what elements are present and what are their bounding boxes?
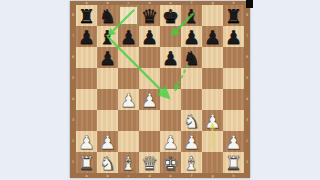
white-rook-a1[interactable]: ♜ xyxy=(76,152,97,173)
white-pawn-d4[interactable]: ♟ xyxy=(139,89,160,110)
square-d7[interactable]: ♟ xyxy=(139,26,160,47)
coord-rank-2-right: 2 xyxy=(245,139,248,143)
square-e1[interactable]: ♚ xyxy=(160,152,181,173)
square-g6[interactable] xyxy=(202,47,223,68)
coord-file-e-top: e xyxy=(164,1,176,4)
coord-file-g-top: g xyxy=(206,1,218,4)
black-pawn-d7[interactable]: ♟ xyxy=(139,26,160,47)
square-e7[interactable] xyxy=(160,26,181,47)
square-f7[interactable]: ♟ xyxy=(181,26,202,47)
white-pawn-f2[interactable]: ♟ xyxy=(181,131,202,152)
square-c8[interactable] xyxy=(118,5,139,26)
black-knight-f6[interactable]: ♞ xyxy=(181,47,202,68)
coord-file-e-bottom: e xyxy=(164,174,176,177)
coord-rank-6-left: 6 xyxy=(71,55,74,59)
coord-rank-2-left: 2 xyxy=(71,139,74,143)
square-b6[interactable]: ♟ xyxy=(97,47,118,68)
square-h7[interactable]: ♟ xyxy=(223,26,244,47)
black-knight-b8[interactable]: ♞ xyxy=(97,5,118,26)
square-e4[interactable] xyxy=(160,89,181,110)
coord-rank-8-left: 8 xyxy=(71,13,74,17)
square-d5[interactable] xyxy=(139,68,160,89)
white-pawn-c4[interactable]: ♟ xyxy=(118,89,139,110)
white-rook-h1[interactable]: ♜ xyxy=(223,152,244,173)
square-d2[interactable] xyxy=(139,131,160,152)
coord-rank-1-left: 1 xyxy=(71,160,74,164)
black-rook-a8[interactable]: ♜ xyxy=(76,5,97,26)
square-b1[interactable]: ♞ xyxy=(97,152,118,173)
black-pawn-c7[interactable]: ♟ xyxy=(118,26,139,47)
coord-rank-8-right: 8 xyxy=(245,13,248,17)
black-pawn-a7[interactable]: ♟ xyxy=(76,26,97,47)
square-g4[interactable] xyxy=(202,89,223,110)
corner-box xyxy=(246,0,253,8)
square-e5[interactable] xyxy=(160,68,181,89)
black-bishop-f8[interactable]: ♝ xyxy=(181,5,202,26)
coord-rank-7-left: 7 xyxy=(71,34,74,38)
coord-file-a-top: a xyxy=(80,1,92,4)
page-root: ♜♞♛♚♝♜♟♝♟♟♟♟♟♟♟♞♟♟♞♟♟♟♟♟♟♜♞♝♛♚♝♜ aabbccd… xyxy=(0,0,320,180)
square-e3[interactable] xyxy=(160,110,181,131)
coord-rank-3-right: 3 xyxy=(245,118,248,122)
board-squares: ♜♞♛♚♝♜♟♝♟♟♟♟♟♟♟♞♟♟♞♟♟♟♟♟♟♜♞♝♛♚♝♜ xyxy=(76,5,244,173)
square-b4[interactable] xyxy=(97,89,118,110)
coord-file-g-bottom: g xyxy=(206,174,218,177)
white-pawn-g3[interactable]: ♟ xyxy=(202,110,223,131)
square-a5[interactable] xyxy=(76,68,97,89)
white-pawn-h2[interactable]: ♟ xyxy=(223,131,244,152)
black-bishop-b7[interactable]: ♝ xyxy=(97,26,118,47)
square-d4[interactable]: ♟ xyxy=(139,89,160,110)
coord-file-d-bottom: d xyxy=(143,174,155,177)
white-king-e1[interactable]: ♚ xyxy=(160,152,181,173)
white-pawn-e2[interactable]: ♟ xyxy=(160,131,181,152)
white-bishop-c1[interactable]: ♝ xyxy=(118,152,139,173)
square-a4[interactable] xyxy=(76,89,97,110)
square-c3[interactable] xyxy=(118,110,139,131)
coord-rank-4-right: 4 xyxy=(245,97,248,101)
coord-file-c-bottom: c xyxy=(122,174,134,177)
white-knight-b1[interactable]: ♞ xyxy=(97,152,118,173)
coord-file-f-top: f xyxy=(185,1,197,4)
square-h1[interactable]: ♜ xyxy=(223,152,244,173)
square-d1[interactable]: ♛ xyxy=(139,152,160,173)
square-b8[interactable]: ♞ xyxy=(97,5,118,26)
square-b5[interactable] xyxy=(97,68,118,89)
square-f3[interactable]: ♞ xyxy=(181,110,202,131)
coord-rank-4-left: 4 xyxy=(71,97,74,101)
white-bishop-f1[interactable]: ♝ xyxy=(181,152,202,173)
square-f8[interactable]: ♝ xyxy=(181,5,202,26)
square-e8[interactable]: ♚ xyxy=(160,5,181,26)
square-g8[interactable] xyxy=(202,5,223,26)
square-b3[interactable] xyxy=(97,110,118,131)
black-pawn-g7[interactable]: ♟ xyxy=(202,26,223,47)
square-f5[interactable] xyxy=(181,68,202,89)
coord-rank-3-left: 3 xyxy=(71,118,74,122)
square-h8[interactable]: ♜ xyxy=(223,5,244,26)
square-c1[interactable]: ♝ xyxy=(118,152,139,173)
square-g7[interactable]: ♟ xyxy=(202,26,223,47)
coord-file-b-top: b xyxy=(101,1,113,4)
coord-file-h-top: h xyxy=(227,1,239,4)
coord-rank-5-left: 5 xyxy=(71,76,74,80)
square-c5[interactable] xyxy=(118,68,139,89)
square-c7[interactable]: ♟ xyxy=(118,26,139,47)
square-f2[interactable]: ♟ xyxy=(181,131,202,152)
square-e2[interactable]: ♟ xyxy=(160,131,181,152)
black-pawn-b6[interactable]: ♟ xyxy=(97,47,118,68)
square-d6[interactable] xyxy=(139,47,160,68)
coord-file-a-bottom: a xyxy=(80,174,92,177)
square-a6[interactable] xyxy=(76,47,97,68)
coord-file-c-top: c xyxy=(122,1,134,4)
square-h6[interactable] xyxy=(223,47,244,68)
square-f4[interactable] xyxy=(181,89,202,110)
square-b7[interactable]: ♝ xyxy=(97,26,118,47)
square-h5[interactable] xyxy=(223,68,244,89)
black-pawn-e6[interactable]: ♟ xyxy=(160,47,181,68)
coord-rank-7-right: 7 xyxy=(245,34,248,38)
square-h2[interactable]: ♟ xyxy=(223,131,244,152)
square-g3[interactable]: ♟ xyxy=(202,110,223,131)
square-d8[interactable]: ♛ xyxy=(139,5,160,26)
coord-rank-5-right: 5 xyxy=(245,76,248,80)
white-queen-d1[interactable]: ♛ xyxy=(139,152,160,173)
square-c6[interactable] xyxy=(118,47,139,68)
black-king-e8[interactable]: ♚ xyxy=(160,5,181,26)
black-queen-d8[interactable]: ♛ xyxy=(139,5,160,26)
square-d3[interactable] xyxy=(139,110,160,131)
black-pawn-f7[interactable]: ♟ xyxy=(181,26,202,47)
chess-board: ♜♞♛♚♝♜♟♝♟♟♟♟♟♟♟♞♟♟♞♟♟♟♟♟♟♜♞♝♛♚♝♜ aabbccd… xyxy=(70,1,250,178)
square-f1[interactable]: ♝ xyxy=(181,152,202,173)
square-h4[interactable] xyxy=(223,89,244,110)
black-rook-h8[interactable]: ♜ xyxy=(223,5,244,26)
square-e6[interactable]: ♟ xyxy=(160,47,181,68)
square-g5[interactable] xyxy=(202,68,223,89)
coord-file-b-bottom: b xyxy=(101,174,113,177)
square-f6[interactable]: ♞ xyxy=(181,47,202,68)
square-g2[interactable] xyxy=(202,131,223,152)
coord-rank-6-right: 6 xyxy=(245,55,248,59)
white-knight-f3[interactable]: ♞ xyxy=(181,110,202,131)
square-a3[interactable] xyxy=(76,110,97,131)
coord-rank-1-right: 1 xyxy=(245,160,248,164)
white-pawn-b2[interactable]: ♟ xyxy=(97,131,118,152)
square-a8[interactable]: ♜ xyxy=(76,5,97,26)
coord-file-f-bottom: f xyxy=(185,174,197,177)
square-a1[interactable]: ♜ xyxy=(76,152,97,173)
square-h3[interactable] xyxy=(223,110,244,131)
square-c2[interactable] xyxy=(118,131,139,152)
white-pawn-a2[interactable]: ♟ xyxy=(76,131,97,152)
square-a7[interactable]: ♟ xyxy=(76,26,97,47)
square-c4[interactable]: ♟ xyxy=(118,89,139,110)
square-g1[interactable] xyxy=(202,152,223,173)
square-b2[interactable]: ♟ xyxy=(97,131,118,152)
square-a2[interactable]: ♟ xyxy=(76,131,97,152)
coord-file-d-top: d xyxy=(143,1,155,4)
coord-file-h-bottom: h xyxy=(227,174,239,177)
black-pawn-h7[interactable]: ♟ xyxy=(223,26,244,47)
